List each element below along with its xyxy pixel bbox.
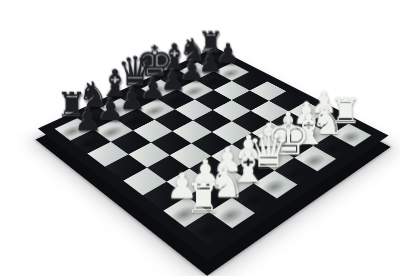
- chess-board-grid: ♜♞♝♛♚♝♞♜♟♟♟♟♟♟♟♟♟♟♟♟♟♟♟♟♜♞♝♛♚♝♞♜: [38, 47, 389, 259]
- chess-board: ♜♞♝♛♚♝♞♜♟♟♟♟♟♟♟♟♟♟♟♟♟♟♟♟♜♞♝♛♚♝♞♜: [38, 47, 389, 259]
- chess-set-photo: ♜♞♝♛♚♝♞♜♟♟♟♟♟♟♟♟♟♟♟♟♟♟♟♟♜♞♝♛♚♝♞♜: [0, 0, 400, 276]
- piece-white-rook[interactable]: ♜: [185, 178, 222, 219]
- piece-shadow: [182, 215, 230, 248]
- piece-black-pawn[interactable]: ♟: [74, 104, 102, 135]
